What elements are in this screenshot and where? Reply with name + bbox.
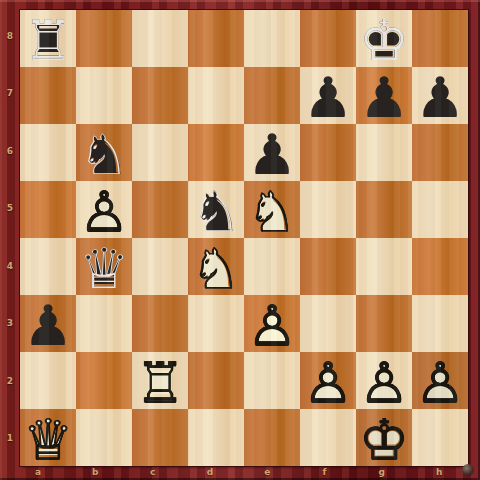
square-d5[interactable]: ♞♘ [188,181,244,238]
square-a6[interactable] [20,124,76,181]
chess-board: ♜♖♚♔♟♙♟♙♟♙♞♘♟♙♟♙♞♘♞♘♛♕♞♘♟♙♟♙♜♖♟♙♟♙♟♙♛♕♚♔ [20,10,468,466]
rank-label-8: 8 [7,31,13,41]
square-f7[interactable]: ♟♙ [300,67,356,124]
square-b4[interactable]: ♛♕ [76,238,132,295]
piece-white-king[interactable]: ♚♔ [356,409,412,466]
piece-white-queen[interactable]: ♛♕ [20,409,76,466]
square-g2[interactable]: ♟♙ [356,352,412,409]
piece-black-pawn[interactable]: ♟♙ [20,295,76,352]
square-d7[interactable] [188,67,244,124]
rank-label-2: 2 [7,376,13,386]
square-g8[interactable]: ♚♔ [356,10,412,67]
square-b3[interactable] [76,295,132,352]
piece-white-pawn[interactable]: ♟♙ [356,352,412,409]
white-pawn-outline-icon: ♙ [359,355,409,411]
black-queen-outline-icon: ♕ [79,241,129,297]
square-f3[interactable] [300,295,356,352]
piece-white-rook[interactable]: ♜♖ [132,352,188,409]
white-queen-outline-icon: ♕ [23,412,73,468]
rank-label-3: 3 [7,318,13,328]
chess-board-frame: ♜♖♚♔♟♙♟♙♟♙♞♘♟♙♟♙♞♘♞♘♛♕♞♘♟♙♟♙♜♖♟♙♟♙♟♙♛♕♚♔… [0,0,480,480]
piece-black-pawn[interactable]: ♟♙ [356,67,412,124]
piece-black-knight[interactable]: ♞♘ [188,181,244,238]
square-c6[interactable] [132,124,188,181]
file-label-g: g [379,467,385,477]
square-g6[interactable] [356,124,412,181]
piece-white-pawn[interactable]: ♟♙ [76,181,132,238]
file-label-h: h [436,467,442,477]
square-b7[interactable] [76,67,132,124]
square-d8[interactable] [188,10,244,67]
frame-corner-dot [462,464,474,476]
square-a2[interactable] [20,352,76,409]
piece-black-pawn[interactable]: ♟♙ [300,67,356,124]
square-f4[interactable] [300,238,356,295]
white-rook-outline-icon: ♖ [135,355,185,411]
piece-white-knight[interactable]: ♞♘ [244,181,300,238]
square-e1[interactable] [244,409,300,466]
rank-label-6: 6 [7,146,13,156]
square-c3[interactable] [132,295,188,352]
file-label-b: b [92,467,98,477]
rank-label-1: 1 [7,433,13,443]
square-e6[interactable]: ♟♙ [244,124,300,181]
square-g3[interactable] [356,295,412,352]
piece-white-pawn[interactable]: ♟♙ [244,295,300,352]
square-c1[interactable] [132,409,188,466]
square-g7[interactable]: ♟♙ [356,67,412,124]
square-d4[interactable]: ♞♘ [188,238,244,295]
square-e3[interactable]: ♟♙ [244,295,300,352]
square-c7[interactable] [132,67,188,124]
square-h8[interactable] [412,10,468,67]
square-a1[interactable]: ♛♕ [20,409,76,466]
square-d2[interactable] [188,352,244,409]
white-pawn-outline-icon: ♙ [415,355,465,411]
file-label-f: f [323,467,327,477]
square-e8[interactable] [244,10,300,67]
piece-black-pawn[interactable]: ♟♙ [244,124,300,181]
piece-white-pawn[interactable]: ♟♙ [300,352,356,409]
square-b8[interactable] [76,10,132,67]
piece-black-rook[interactable]: ♜♖ [20,10,76,67]
black-pawn-icon: ♟ [359,70,409,126]
piece-black-pawn[interactable]: ♟♙ [412,67,468,124]
square-e7[interactable] [244,67,300,124]
square-c8[interactable] [132,10,188,67]
square-a4[interactable] [20,238,76,295]
square-a8[interactable]: ♜♖ [20,10,76,67]
square-g1[interactable]: ♚♔ [356,409,412,466]
file-label-d: d [207,467,213,477]
square-h7[interactable]: ♟♙ [412,67,468,124]
white-pawn-outline-icon: ♙ [247,298,297,354]
square-f1[interactable] [300,409,356,466]
square-h2[interactable]: ♟♙ [412,352,468,409]
white-king-outline-icon: ♔ [359,412,409,468]
square-a3[interactable]: ♟♙ [20,295,76,352]
file-label-e: e [264,467,270,477]
piece-black-king[interactable]: ♚♔ [356,10,412,67]
square-h1[interactable] [412,409,468,466]
white-pawn-outline-icon: ♙ [79,184,129,240]
rank-label-7: 7 [7,88,13,98]
file-label-c: c [150,467,155,477]
square-e2[interactable] [244,352,300,409]
square-h4[interactable] [412,238,468,295]
rank-label-4: 4 [7,261,13,271]
black-king-outline-icon: ♔ [359,13,409,69]
black-pawn-icon: ♟ [303,70,353,126]
square-f5[interactable] [300,181,356,238]
black-pawn-icon: ♟ [247,127,297,183]
black-knight-outline-icon: ♘ [79,127,129,183]
square-h3[interactable] [412,295,468,352]
piece-black-knight[interactable]: ♞♘ [76,124,132,181]
white-pawn-outline-icon: ♙ [303,355,353,411]
square-f6[interactable] [300,124,356,181]
square-g5[interactable] [356,181,412,238]
square-e5[interactable]: ♞♘ [244,181,300,238]
square-f2[interactable]: ♟♙ [300,352,356,409]
square-g4[interactable] [356,238,412,295]
piece-white-knight[interactable]: ♞♘ [188,238,244,295]
square-e4[interactable] [244,238,300,295]
square-h5[interactable] [412,181,468,238]
square-f8[interactable] [300,10,356,67]
square-h6[interactable] [412,124,468,181]
black-pawn-icon: ♟ [415,70,465,126]
black-rook-outline-icon: ♖ [23,13,73,69]
file-label-a: a [35,467,41,477]
piece-black-queen[interactable]: ♛♕ [76,238,132,295]
square-a7[interactable] [20,67,76,124]
square-a5[interactable] [20,181,76,238]
square-c2[interactable]: ♜♖ [132,352,188,409]
square-c4[interactable] [132,238,188,295]
black-knight-outline-icon: ♘ [191,184,241,240]
square-d1[interactable] [188,409,244,466]
piece-white-pawn[interactable]: ♟♙ [412,352,468,409]
square-b6[interactable]: ♞♘ [76,124,132,181]
square-d3[interactable] [188,295,244,352]
square-d6[interactable] [188,124,244,181]
rank-label-5: 5 [7,203,13,213]
square-c5[interactable] [132,181,188,238]
square-b1[interactable] [76,409,132,466]
white-knight-outline-icon: ♘ [247,184,297,240]
square-b2[interactable] [76,352,132,409]
white-knight-outline-icon: ♘ [191,241,241,297]
black-pawn-icon: ♟ [23,298,73,354]
square-b5[interactable]: ♟♙ [76,181,132,238]
